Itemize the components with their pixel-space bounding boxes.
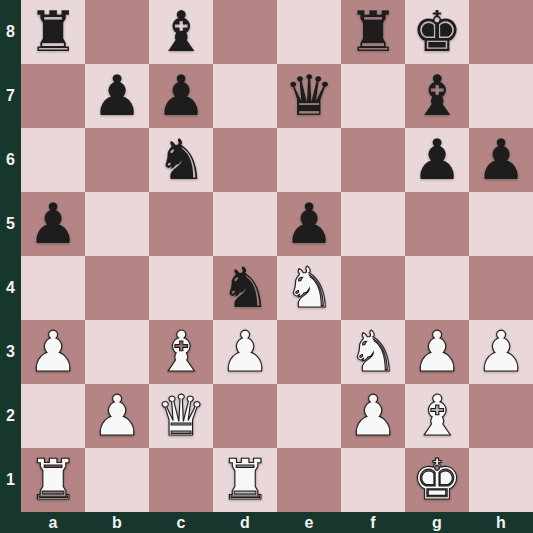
square-b7[interactable]: ♟ xyxy=(85,64,149,128)
piece-white-pawn: ♟ xyxy=(92,384,142,448)
square-a8[interactable]: ♜ xyxy=(21,0,85,64)
square-g8[interactable]: ♚ xyxy=(405,0,469,64)
piece-white-pawn: ♟ xyxy=(220,320,270,384)
square-h3[interactable]: ♟ xyxy=(469,320,533,384)
square-f7[interactable] xyxy=(341,64,405,128)
square-h8[interactable] xyxy=(469,0,533,64)
file-label-f: f xyxy=(341,512,405,533)
piece-black-rook: ♜ xyxy=(28,0,78,64)
square-c1[interactable] xyxy=(149,448,213,512)
piece-black-rook: ♜ xyxy=(348,0,398,64)
square-a4[interactable] xyxy=(21,256,85,320)
square-c4[interactable] xyxy=(149,256,213,320)
square-h7[interactable] xyxy=(469,64,533,128)
square-a6[interactable] xyxy=(21,128,85,192)
square-g5[interactable] xyxy=(405,192,469,256)
piece-white-pawn: ♟ xyxy=(412,320,462,384)
square-g1[interactable]: ♚ xyxy=(405,448,469,512)
rank-label-3: 3 xyxy=(0,320,21,384)
file-label-d: d xyxy=(213,512,277,533)
square-a3[interactable]: ♟ xyxy=(21,320,85,384)
square-d3[interactable]: ♟ xyxy=(213,320,277,384)
square-f4[interactable] xyxy=(341,256,405,320)
square-f5[interactable] xyxy=(341,192,405,256)
square-b1[interactable] xyxy=(85,448,149,512)
square-h2[interactable] xyxy=(469,384,533,448)
square-d1[interactable]: ♜ xyxy=(213,448,277,512)
square-c6[interactable]: ♞ xyxy=(149,128,213,192)
piece-black-pawn: ♟ xyxy=(412,128,462,192)
square-c7[interactable]: ♟ xyxy=(149,64,213,128)
rank-label-6: 6 xyxy=(0,128,21,192)
piece-black-bishop: ♝ xyxy=(156,0,206,64)
square-h6[interactable]: ♟ xyxy=(469,128,533,192)
square-e7[interactable]: ♛ xyxy=(277,64,341,128)
chess-board: 8♜♝♜♚7♟♟♛♝6♞♟♟5♟♟4♞♞3♟♝♟♞♟♟2♟♛♟♝1♜♜♚abcd… xyxy=(0,0,533,533)
file-label-h: h xyxy=(469,512,533,533)
piece-black-knight: ♞ xyxy=(156,128,206,192)
square-d6[interactable] xyxy=(213,128,277,192)
piece-white-knight: ♞ xyxy=(348,320,398,384)
square-d2[interactable] xyxy=(213,384,277,448)
piece-white-queen: ♛ xyxy=(156,384,206,448)
rank-label-4: 4 xyxy=(0,256,21,320)
square-g3[interactable]: ♟ xyxy=(405,320,469,384)
piece-black-pawn: ♟ xyxy=(156,64,206,128)
square-d8[interactable] xyxy=(213,0,277,64)
square-e6[interactable] xyxy=(277,128,341,192)
piece-black-knight: ♞ xyxy=(220,256,270,320)
piece-black-pawn: ♟ xyxy=(92,64,142,128)
piece-white-pawn: ♟ xyxy=(348,384,398,448)
piece-black-king: ♚ xyxy=(412,0,462,64)
square-e8[interactable] xyxy=(277,0,341,64)
rank-label-1: 1 xyxy=(0,448,21,512)
square-a5[interactable]: ♟ xyxy=(21,192,85,256)
square-e5[interactable]: ♟ xyxy=(277,192,341,256)
square-e1[interactable] xyxy=(277,448,341,512)
rank-label-8: 8 xyxy=(0,0,21,64)
square-g2[interactable]: ♝ xyxy=(405,384,469,448)
piece-white-knight: ♞ xyxy=(284,256,334,320)
piece-white-king: ♚ xyxy=(412,448,462,512)
piece-black-pawn: ♟ xyxy=(476,128,526,192)
piece-black-queen: ♛ xyxy=(284,64,334,128)
piece-white-bishop: ♝ xyxy=(412,384,462,448)
square-a7[interactable] xyxy=(21,64,85,128)
file-label-c: c xyxy=(149,512,213,533)
square-g4[interactable] xyxy=(405,256,469,320)
piece-white-rook: ♜ xyxy=(220,448,270,512)
square-f3[interactable]: ♞ xyxy=(341,320,405,384)
square-c2[interactable]: ♛ xyxy=(149,384,213,448)
square-f1[interactable] xyxy=(341,448,405,512)
rank-label-2: 2 xyxy=(0,384,21,448)
board-corner xyxy=(0,512,21,533)
rank-label-7: 7 xyxy=(0,64,21,128)
square-d4[interactable]: ♞ xyxy=(213,256,277,320)
square-f2[interactable]: ♟ xyxy=(341,384,405,448)
file-label-a: a xyxy=(21,512,85,533)
piece-black-bishop: ♝ xyxy=(412,64,462,128)
square-h1[interactable] xyxy=(469,448,533,512)
square-b6[interactable] xyxy=(85,128,149,192)
square-f6[interactable] xyxy=(341,128,405,192)
square-e3[interactable] xyxy=(277,320,341,384)
square-d7[interactable] xyxy=(213,64,277,128)
rank-label-5: 5 xyxy=(0,192,21,256)
square-c8[interactable]: ♝ xyxy=(149,0,213,64)
square-a1[interactable]: ♜ xyxy=(21,448,85,512)
square-b2[interactable]: ♟ xyxy=(85,384,149,448)
square-c3[interactable]: ♝ xyxy=(149,320,213,384)
square-h4[interactable] xyxy=(469,256,533,320)
square-b5[interactable] xyxy=(85,192,149,256)
square-g6[interactable]: ♟ xyxy=(405,128,469,192)
square-g7[interactable]: ♝ xyxy=(405,64,469,128)
file-label-e: e xyxy=(277,512,341,533)
square-e4[interactable]: ♞ xyxy=(277,256,341,320)
square-h5[interactable] xyxy=(469,192,533,256)
square-e2[interactable] xyxy=(277,384,341,448)
piece-white-pawn: ♟ xyxy=(28,320,78,384)
piece-black-pawn: ♟ xyxy=(28,192,78,256)
square-f8[interactable]: ♜ xyxy=(341,0,405,64)
square-b4[interactable] xyxy=(85,256,149,320)
piece-white-rook: ♜ xyxy=(28,448,78,512)
square-d5[interactable] xyxy=(213,192,277,256)
file-label-b: b xyxy=(85,512,149,533)
square-c5[interactable] xyxy=(149,192,213,256)
piece-white-bishop: ♝ xyxy=(156,320,206,384)
square-a2[interactable] xyxy=(21,384,85,448)
piece-white-pawn: ♟ xyxy=(476,320,526,384)
square-b3[interactable] xyxy=(85,320,149,384)
square-b8[interactable] xyxy=(85,0,149,64)
piece-black-pawn: ♟ xyxy=(284,192,334,256)
file-label-g: g xyxy=(405,512,469,533)
